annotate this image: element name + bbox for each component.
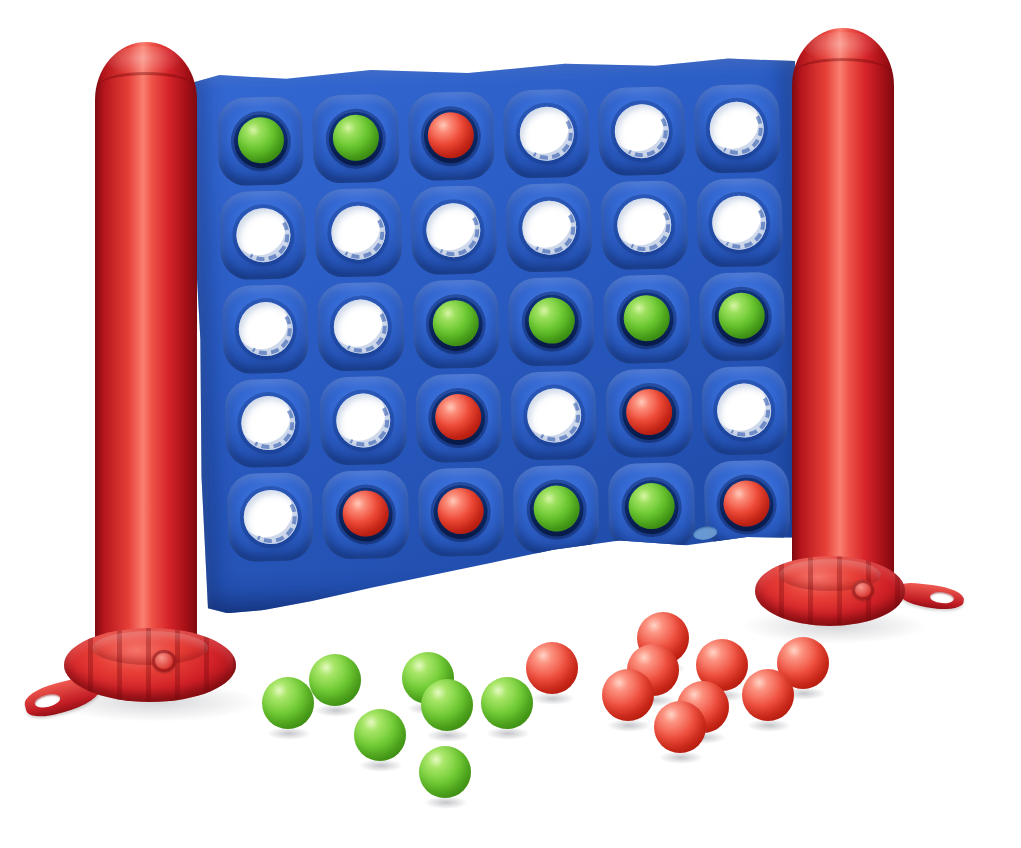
loose-red-ball[interactable]	[654, 701, 706, 753]
loose-green-ball[interactable]	[419, 746, 471, 798]
loose-red-ball[interactable]	[742, 669, 794, 721]
loose-green-ball[interactable]	[421, 679, 473, 731]
loose-green-ball[interactable]	[354, 709, 406, 761]
loose-green-ball[interactable]	[481, 677, 533, 729]
loose-green-ball[interactable]	[309, 654, 361, 706]
loose-red-ball[interactable]	[526, 642, 578, 694]
inflatable-connect-four-scene	[0, 0, 1021, 848]
loose-red-ball[interactable]	[602, 669, 654, 721]
loose-green-ball[interactable]	[262, 677, 314, 729]
floor-balls	[0, 0, 1021, 848]
